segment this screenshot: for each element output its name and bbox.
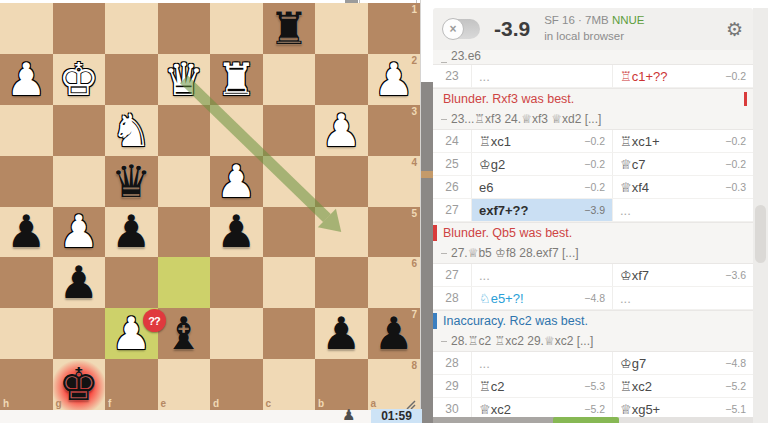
- piece-white-K[interactable]: ♚: [53, 54, 106, 105]
- square-h4[interactable]: [0, 156, 53, 207]
- square-e8[interactable]: e: [158, 359, 211, 410]
- move-number: 27: [433, 199, 472, 221]
- file-label: f: [108, 398, 111, 409]
- square-g6[interactable]: ♟: [53, 257, 106, 308]
- piece-black-P[interactable]: ♟: [53, 257, 106, 308]
- move-eval: −3.9: [578, 204, 605, 216]
- rank-label: 5: [411, 208, 417, 219]
- file-label: g: [56, 398, 62, 409]
- square-b5[interactable]: [315, 207, 368, 258]
- move-black[interactable]: ♖xc1+−0.2: [613, 130, 753, 152]
- move-row: 25♔g2−0.2♕c7−0.2: [433, 153, 753, 176]
- board-wrap: ♜1♟♚♛♜2♟♞♟3♛♟4♟♟♟♟5♟6♟♝♟7♟hg♚fedcb8a ??: [0, 3, 420, 410]
- square-c7[interactable]: [263, 308, 316, 359]
- square-g4[interactable]: [53, 156, 106, 207]
- move-eval: −5.1: [719, 403, 746, 415]
- move-black[interactable]: ♖xc2−5.2: [613, 375, 753, 397]
- move-number: 28: [433, 352, 472, 374]
- bottom-clock: 01:59: [371, 409, 422, 423]
- piece-black-R[interactable]: ♜: [263, 3, 316, 54]
- move-white[interactable]: ♘e5+?!−4.8: [472, 287, 613, 309]
- square-c4[interactable]: [263, 156, 316, 207]
- under-board-strip: [0, 410, 420, 423]
- square-h8[interactable]: h: [0, 359, 53, 410]
- engine-header: × -3.9 SF 16 · 7MB NNUE in local browser…: [433, 8, 753, 51]
- square-h6[interactable]: [0, 257, 53, 308]
- square-h2[interactable]: ♟: [0, 54, 53, 105]
- square-a6[interactable]: 6: [368, 257, 421, 308]
- judgment-comment: Blunder. Rxf3 was best.: [433, 88, 753, 109]
- square-e6[interactable]: [158, 257, 211, 308]
- move-row: 28♘e5+?!−4.8...: [433, 287, 753, 310]
- file-label: h: [3, 398, 9, 409]
- rank-label: 6: [411, 258, 417, 269]
- square-c6[interactable]: [263, 257, 316, 308]
- analysis-screen: ♜1♟♚♛♜2♟♞♟3♛♟4♟♟♟♟5♟6♟♝♟7♟hg♚fedcb8a ?? …: [0, 0, 768, 423]
- square-f4[interactable]: ♛: [105, 156, 158, 207]
- piece-white-N[interactable]: ♞: [105, 105, 158, 156]
- square-d6[interactable]: [210, 257, 263, 308]
- square-g7[interactable]: [53, 308, 106, 359]
- variation-line[interactable]: 23...♖xf3 24.♕xf3 ♕xd2 [...]: [433, 109, 753, 130]
- square-b1[interactable]: [315, 3, 368, 54]
- chess-board[interactable]: ♜1♟♚♛♜2♟♞♟3♛♟4♟♟♟♟5♟6♟♝♟7♟hg♚fedcb8a: [0, 3, 420, 410]
- piece-white-R[interactable]: ♜: [210, 54, 263, 105]
- piece-white-Q[interactable]: ♛: [158, 54, 211, 105]
- engine-nnue-badge: NNUE: [612, 14, 645, 26]
- move-eval: −3.6: [719, 269, 746, 281]
- move-black[interactable]: ♔xf7−3.6: [613, 264, 753, 286]
- square-a1[interactable]: 1: [368, 3, 421, 54]
- move-black[interactable]: ♔g7−4.8: [613, 352, 753, 374]
- piece-white-P[interactable]: ♟: [0, 54, 53, 105]
- move-row: 28...♔g7−4.8: [433, 352, 753, 375]
- square-a5[interactable]: 5: [368, 207, 421, 258]
- square-a4[interactable]: 4: [368, 156, 421, 207]
- square-e2[interactable]: ♛: [158, 54, 211, 105]
- square-f8[interactable]: f: [105, 359, 158, 410]
- move-eval: −0.2: [578, 181, 605, 193]
- square-f5[interactable]: ♟: [105, 207, 158, 258]
- move-black[interactable]: ...: [613, 199, 753, 221]
- square-a7[interactable]: 7♟: [368, 308, 421, 359]
- square-e5[interactable]: [158, 207, 211, 258]
- rank-label: 7: [411, 309, 417, 320]
- move-eval: −0.2: [719, 70, 746, 82]
- square-g3[interactable]: [53, 105, 106, 156]
- square-d5[interactable]: ♟: [210, 207, 263, 258]
- move-list-scrollbar: [753, 8, 768, 423]
- square-h7[interactable]: [0, 308, 53, 359]
- move-row: 26e6−0.2♕xf4−0.3: [433, 176, 753, 199]
- move-eval: −5.2: [719, 380, 746, 392]
- square-g8[interactable]: g♚: [53, 359, 106, 410]
- eval-gauge: [420, 0, 434, 423]
- move-row: 24♖xc1−0.2♖xc1+−0.2: [433, 130, 753, 153]
- variation-line[interactable]: 27.♕b5 ♔f8 28.exf7 [...]: [433, 243, 753, 264]
- move-black[interactable]: ...: [613, 287, 753, 309]
- engine-location: in local browser: [544, 29, 644, 45]
- judgment-bar: [433, 313, 437, 329]
- square-c3[interactable]: [263, 105, 316, 156]
- square-f1[interactable]: [105, 3, 158, 54]
- square-b6[interactable]: [315, 257, 368, 308]
- square-h3[interactable]: [0, 105, 53, 156]
- move-black[interactable]: ♕xf4−0.3: [613, 176, 753, 198]
- move-white[interactable]: ♖xc1−0.2: [472, 130, 613, 152]
- green-button-partial[interactable]: [553, 417, 619, 423]
- move-white[interactable]: ...: [472, 352, 613, 374]
- engine-info: SF 16 · 7MB NNUE in local browser: [544, 13, 644, 44]
- move-number: 23: [433, 65, 472, 87]
- square-b2[interactable]: [315, 54, 368, 105]
- square-g2[interactable]: ♚: [53, 54, 106, 105]
- variation-line[interactable]: 28.♖c2 ♖xc2 29.♕xc2 [...]: [433, 331, 753, 352]
- engine-name: SF 16 · 7MB: [544, 14, 609, 26]
- move-list-scrollbar-thumb[interactable]: [755, 205, 766, 263]
- bottom-strip-left: [433, 417, 555, 423]
- analysis-panel: × -3.9 SF 16 · 7MB NNUE in local browser…: [433, 0, 753, 423]
- file-label: c: [266, 398, 272, 409]
- move-white[interactable]: e6−0.2: [472, 176, 613, 198]
- move-number: 26: [433, 176, 472, 198]
- piece-black-P[interactable]: ♟: [315, 308, 368, 359]
- move-number: 29: [433, 375, 472, 397]
- move-number: 24: [433, 130, 472, 152]
- square-d7[interactable]: [210, 308, 263, 359]
- move-eval: −0.2: [578, 135, 605, 147]
- move-eval: −4.8: [719, 357, 746, 369]
- file-label: b: [318, 398, 324, 409]
- square-c1[interactable]: ♜: [263, 3, 316, 54]
- square-h5[interactable]: ♟: [0, 207, 53, 258]
- move-eval: −0.2: [719, 135, 746, 147]
- square-d2[interactable]: ♜: [210, 54, 263, 105]
- square-b3[interactable]: ♟: [315, 105, 368, 156]
- piece-black-P[interactable]: ♟: [105, 207, 158, 258]
- piece-black-P[interactable]: ♟: [0, 207, 53, 258]
- judgment-comment: Inaccuracy. Rc2 was best.: [433, 310, 753, 331]
- judgment-bar: [744, 92, 747, 106]
- move-eval: −0.2: [719, 158, 746, 170]
- rank-label: 2: [411, 55, 417, 66]
- move-eval: −4.8: [578, 292, 605, 304]
- rank-label: 1: [411, 4, 417, 15]
- move-row: 29♖c2−5.3♖xc2−5.2: [433, 375, 753, 398]
- move-row: 27exf7+??−3.9...: [433, 199, 753, 222]
- move-eval: −0.2: [578, 158, 605, 170]
- square-c8[interactable]: c: [263, 359, 316, 410]
- engine-eval: -3.9: [494, 17, 530, 41]
- square-d4[interactable]: ♟: [210, 156, 263, 207]
- square-a3[interactable]: 3: [368, 105, 421, 156]
- move-list: 23.e623...♖c1+??−0.2Blunder. Rxf3 was be…: [433, 50, 753, 421]
- square-g1[interactable]: [53, 3, 106, 54]
- piece-black-P[interactable]: ♟: [210, 207, 263, 258]
- piece-black-Q[interactable]: ♛: [105, 156, 158, 207]
- square-g5[interactable]: ♟: [53, 207, 106, 258]
- variation-line[interactable]: 23.e6: [433, 50, 753, 65]
- square-b7[interactable]: ♟: [315, 308, 368, 359]
- move-white[interactable]: ...: [472, 264, 613, 286]
- square-d3[interactable]: [210, 105, 263, 156]
- file-label: a: [371, 398, 377, 409]
- move-black[interactable]: ♕c7−0.2: [613, 153, 753, 175]
- move-white[interactable]: ...: [472, 65, 613, 87]
- square-b4[interactable]: [315, 156, 368, 207]
- square-d8[interactable]: d: [210, 359, 263, 410]
- file-label: e: [161, 398, 167, 409]
- file-label: d: [213, 398, 219, 409]
- square-d1[interactable]: [210, 3, 263, 54]
- move-number: 28: [433, 287, 472, 309]
- move-row: 23...♖c1+??−0.2: [433, 65, 753, 88]
- move-eval: −5.3: [578, 380, 605, 392]
- rank-label: 3: [411, 106, 417, 117]
- piece-white-P[interactable]: ♟: [315, 105, 368, 156]
- move-number: 27: [433, 264, 472, 286]
- rank-label: 8: [411, 360, 417, 371]
- square-e3[interactable]: [158, 105, 211, 156]
- move-white[interactable]: ♔g2−0.2: [472, 153, 613, 175]
- square-e1[interactable]: [158, 3, 211, 54]
- move-row: 27...♔xf7−3.6: [433, 264, 753, 287]
- judgment-comment: Blunder. Qb5 was best.: [433, 222, 753, 243]
- square-e4[interactable]: [158, 156, 211, 207]
- move-black[interactable]: ♖c1+??−0.2: [613, 65, 753, 87]
- square-b8[interactable]: b: [315, 359, 368, 410]
- piece-white-P[interactable]: ♟: [210, 156, 263, 207]
- bottom-strip-right: [618, 417, 753, 423]
- close-icon: ×: [442, 18, 464, 40]
- square-f3[interactable]: ♞: [105, 105, 158, 156]
- engine-toggle[interactable]: ×: [443, 19, 480, 39]
- blunder-glyph-badge: ??: [143, 309, 166, 332]
- square-h1[interactable]: [0, 3, 53, 54]
- square-c2[interactable]: [263, 54, 316, 105]
- move-eval: −5.2: [578, 403, 605, 415]
- rank-label: 4: [411, 157, 417, 168]
- move-white[interactable]: exf7+??−3.9: [472, 199, 613, 221]
- move-white[interactable]: ♖c2−5.3: [472, 375, 613, 397]
- square-f2[interactable]: [105, 54, 158, 105]
- judgment-bar: [433, 225, 437, 241]
- move-eval: −0.3: [719, 181, 746, 193]
- piece-white-P[interactable]: ♟: [53, 207, 106, 258]
- pawn-icon: ♟: [342, 406, 355, 423]
- square-a2[interactable]: 2♟: [368, 54, 421, 105]
- move-number: 25: [433, 153, 472, 175]
- square-f6[interactable]: [105, 257, 158, 308]
- settings-gear-icon[interactable]: ⚙: [726, 18, 743, 40]
- square-c5[interactable]: [263, 207, 316, 258]
